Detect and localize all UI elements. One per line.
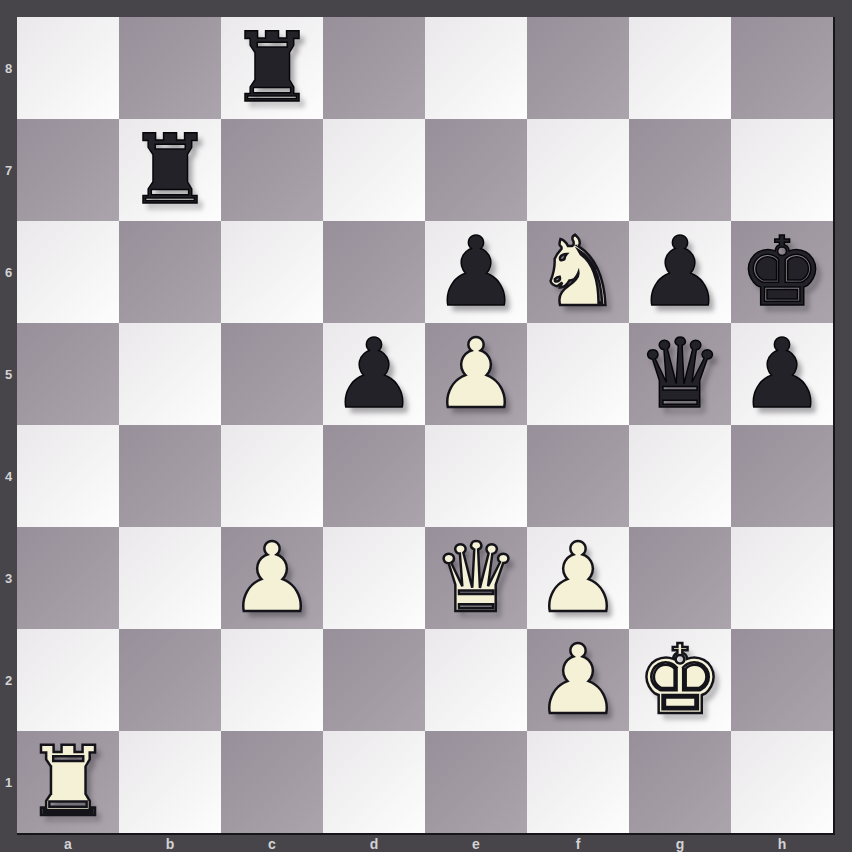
square-f6[interactable]: ♞ <box>527 221 629 323</box>
file-labels: abcdefgh <box>17 835 833 852</box>
square-f4[interactable] <box>527 425 629 527</box>
square-g2[interactable]: ♚ <box>629 629 731 731</box>
square-e4[interactable] <box>425 425 527 527</box>
square-a7[interactable] <box>17 119 119 221</box>
square-a2[interactable] <box>17 629 119 731</box>
square-b5[interactable] <box>119 323 221 425</box>
file-label: b <box>119 835 221 852</box>
square-h8[interactable] <box>731 17 833 119</box>
white-knight[interactable]: ♞ <box>535 221 621 323</box>
black-pawn[interactable]: ♟ <box>331 323 417 425</box>
file-label: h <box>731 835 833 852</box>
square-e1[interactable] <box>425 731 527 833</box>
rank-label: 2 <box>0 629 17 731</box>
square-g8[interactable] <box>629 17 731 119</box>
square-c5[interactable] <box>221 323 323 425</box>
square-c1[interactable] <box>221 731 323 833</box>
square-h2[interactable] <box>731 629 833 731</box>
square-h6[interactable]: ♚ <box>731 221 833 323</box>
square-b8[interactable] <box>119 17 221 119</box>
black-pawn[interactable]: ♟ <box>637 221 723 323</box>
rank-label: 4 <box>0 425 17 527</box>
square-e5[interactable]: ♟ <box>425 323 527 425</box>
black-rook[interactable]: ♜ <box>229 17 315 119</box>
square-b7[interactable]: ♜ <box>119 119 221 221</box>
square-e3[interactable]: ♛ <box>425 527 527 629</box>
black-pawn[interactable]: ♟ <box>433 221 519 323</box>
square-g5[interactable]: ♛ <box>629 323 731 425</box>
file-label: e <box>425 835 527 852</box>
square-e8[interactable] <box>425 17 527 119</box>
square-d1[interactable] <box>323 731 425 833</box>
square-a3[interactable] <box>17 527 119 629</box>
square-b2[interactable] <box>119 629 221 731</box>
square-c3[interactable]: ♟ <box>221 527 323 629</box>
white-pawn[interactable]: ♟ <box>535 527 621 629</box>
white-pawn[interactable]: ♟ <box>535 629 621 731</box>
square-a1[interactable]: ♜ <box>17 731 119 833</box>
square-c2[interactable] <box>221 629 323 731</box>
square-e2[interactable] <box>425 629 527 731</box>
square-d2[interactable] <box>323 629 425 731</box>
square-h1[interactable] <box>731 731 833 833</box>
square-d7[interactable] <box>323 119 425 221</box>
white-rook[interactable]: ♜ <box>25 731 111 833</box>
white-pawn[interactable]: ♟ <box>229 527 315 629</box>
square-g6[interactable]: ♟ <box>629 221 731 323</box>
square-g4[interactable] <box>629 425 731 527</box>
chess-board-frame: 87654321 ♜♜♟♞♟♚♟♟♛♟♟♛♟♟♚♜ abcdefgh <box>0 0 852 852</box>
square-c4[interactable] <box>221 425 323 527</box>
square-g3[interactable] <box>629 527 731 629</box>
square-f7[interactable] <box>527 119 629 221</box>
square-h7[interactable] <box>731 119 833 221</box>
square-d3[interactable] <box>323 527 425 629</box>
square-b6[interactable] <box>119 221 221 323</box>
chess-board[interactable]: ♜♜♟♞♟♚♟♟♛♟♟♛♟♟♚♜ <box>17 17 835 835</box>
square-d4[interactable] <box>323 425 425 527</box>
file-label: a <box>17 835 119 852</box>
black-pawn[interactable]: ♟ <box>739 323 825 425</box>
square-a5[interactable] <box>17 323 119 425</box>
square-d6[interactable] <box>323 221 425 323</box>
square-h4[interactable] <box>731 425 833 527</box>
square-c7[interactable] <box>221 119 323 221</box>
square-f2[interactable]: ♟ <box>527 629 629 731</box>
black-rook[interactable]: ♜ <box>127 119 213 221</box>
square-h3[interactable] <box>731 527 833 629</box>
square-b1[interactable] <box>119 731 221 833</box>
square-e6[interactable]: ♟ <box>425 221 527 323</box>
square-b3[interactable] <box>119 527 221 629</box>
white-king[interactable]: ♚ <box>637 629 723 731</box>
file-label: d <box>323 835 425 852</box>
rank-label: 3 <box>0 527 17 629</box>
square-b4[interactable] <box>119 425 221 527</box>
rank-label: 7 <box>0 119 17 221</box>
file-label: f <box>527 835 629 852</box>
square-a8[interactable] <box>17 17 119 119</box>
black-queen[interactable]: ♛ <box>637 323 723 425</box>
rank-labels: 87654321 <box>0 17 17 833</box>
square-h5[interactable]: ♟ <box>731 323 833 425</box>
square-c8[interactable]: ♜ <box>221 17 323 119</box>
square-f3[interactable]: ♟ <box>527 527 629 629</box>
black-king[interactable]: ♚ <box>739 221 825 323</box>
rank-label: 8 <box>0 17 17 119</box>
rank-label: 1 <box>0 731 17 833</box>
file-label: c <box>221 835 323 852</box>
square-a6[interactable] <box>17 221 119 323</box>
rank-label: 6 <box>0 221 17 323</box>
square-a4[interactable] <box>17 425 119 527</box>
square-d8[interactable] <box>323 17 425 119</box>
square-f8[interactable] <box>527 17 629 119</box>
square-g7[interactable] <box>629 119 731 221</box>
file-label: g <box>629 835 731 852</box>
square-c6[interactable] <box>221 221 323 323</box>
square-e7[interactable] <box>425 119 527 221</box>
square-f5[interactable] <box>527 323 629 425</box>
square-g1[interactable] <box>629 731 731 833</box>
square-f1[interactable] <box>527 731 629 833</box>
white-queen[interactable]: ♛ <box>433 527 519 629</box>
square-d5[interactable]: ♟ <box>323 323 425 425</box>
rank-label: 5 <box>0 323 17 425</box>
white-pawn[interactable]: ♟ <box>433 323 519 425</box>
